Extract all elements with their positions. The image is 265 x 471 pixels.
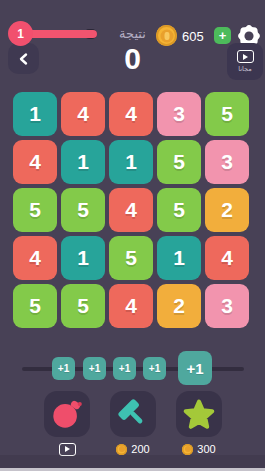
tile-r1c5-value-5[interactable]: 5 [205, 92, 249, 136]
tile-r3c5-value-2[interactable]: 2 [205, 188, 249, 232]
queue-tile-4: +1 [143, 357, 166, 380]
watch-ad-icon [59, 443, 76, 456]
tile-r2c2-value-1[interactable]: 1 [61, 140, 105, 184]
coin-spark [164, 32, 169, 40]
game-screen: 1 نتيجة 0 605 + مجانا 1443541153 [0, 0, 265, 471]
tile-r1c3-value-4[interactable]: 4 [109, 92, 153, 136]
bottom-shade [0, 455, 265, 468]
score-value: 0 [0, 42, 265, 76]
tile-r4c4-value-1[interactable]: 1 [157, 236, 201, 280]
bomb-icon [50, 397, 84, 431]
coin-inner [119, 446, 125, 452]
coin-inner [185, 446, 191, 452]
hammer-cost: 200 [131, 443, 149, 455]
tile-r1c2-value-4[interactable]: 4 [61, 92, 105, 136]
tile-r5c4-value-2[interactable]: 2 [157, 284, 201, 328]
tile-r3c3-value-4[interactable]: 4 [109, 188, 153, 232]
tile-r4c5-value-4[interactable]: 4 [205, 236, 249, 280]
tile-r3c2-value-5[interactable]: 5 [61, 188, 105, 232]
tile-r2c5-value-3[interactable]: 3 [205, 140, 249, 184]
coin-count: 605 [182, 29, 204, 44]
tile-r1c1-value-1[interactable]: 1 [13, 92, 57, 136]
free-coins-ad-button[interactable]: مجانا [227, 43, 263, 80]
tile-r4c1-value-4[interactable]: 4 [13, 236, 57, 280]
tile-r2c3-value-1[interactable]: 1 [109, 140, 153, 184]
star-icon [181, 396, 217, 432]
queue-tile-1: +1 [52, 357, 75, 380]
powerup-bomb-button[interactable] [44, 391, 90, 437]
tile-r5c3-value-4[interactable]: 4 [109, 284, 153, 328]
powerup-hammer-button[interactable] [110, 391, 156, 437]
queue-tile-2: +1 [83, 357, 106, 380]
coin-icon [156, 25, 177, 46]
queue-tile-3: +1 [113, 357, 136, 380]
tile-r2c1-value-4[interactable]: 4 [13, 140, 57, 184]
video-ad-icon [237, 50, 254, 63]
board-grid: 1443541153554524151455423 [13, 92, 249, 328]
hammer-icon [116, 397, 150, 431]
star-cost: 300 [197, 443, 215, 455]
tile-r5c5-value-3[interactable]: 3 [205, 284, 249, 328]
coin-icon-small [116, 444, 127, 455]
queue-next-tile: +1 [178, 351, 212, 385]
tile-r1c4-value-3[interactable]: 3 [157, 92, 201, 136]
tile-r5c1-value-5[interactable]: 5 [13, 284, 57, 328]
tile-r3c4-value-5[interactable]: 5 [157, 188, 201, 232]
coin-icon-small [182, 444, 193, 455]
tile-r5c2-value-5[interactable]: 5 [61, 284, 105, 328]
tile-r2c4-value-5[interactable]: 5 [157, 140, 201, 184]
tile-r4c3-value-5[interactable]: 5 [109, 236, 153, 280]
free-label: مجانا [238, 65, 251, 73]
back-button[interactable] [8, 43, 39, 74]
tile-r3c1-value-5[interactable]: 5 [13, 188, 57, 232]
level-badge: 1 [8, 21, 33, 46]
add-coins-button[interactable]: + [214, 27, 231, 44]
chevron-left-icon [17, 52, 31, 66]
powerup-star-button[interactable] [176, 391, 222, 437]
tile-r4c2-value-1[interactable]: 1 [61, 236, 105, 280]
